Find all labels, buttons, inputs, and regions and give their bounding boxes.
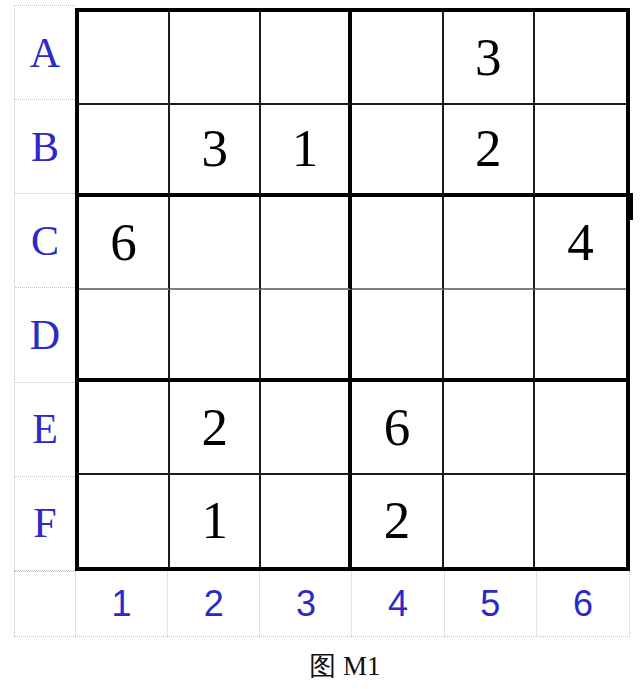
- cell-B3: 1: [261, 105, 352, 198]
- cell-A6: [535, 12, 626, 105]
- cell-C2: [170, 197, 261, 290]
- cell-B5: 2: [444, 105, 535, 198]
- cell-F3: [261, 475, 352, 568]
- cell-C1: 6: [79, 197, 170, 290]
- cell-F2: 1: [170, 475, 261, 568]
- cell-F6: [535, 475, 626, 568]
- figure-caption: 图 M1: [50, 646, 640, 686]
- cell-D2: [170, 290, 261, 383]
- cell-D6: [535, 290, 626, 383]
- cell-A3: [261, 12, 352, 105]
- cell-D1: [79, 290, 170, 383]
- cell-F1: [79, 475, 170, 568]
- stray-mark: [627, 193, 633, 220]
- cell-A1: [79, 12, 170, 105]
- cell-C3: [261, 197, 352, 290]
- col-label-5: 5: [445, 571, 537, 636]
- column-label-row: 1 2 3 4 5 6: [14, 571, 630, 637]
- row-label-E: E: [15, 383, 75, 477]
- col-label-4: 4: [352, 571, 444, 636]
- cell-E6: [535, 382, 626, 475]
- cell-A2: [170, 12, 261, 105]
- cell-B4: [352, 105, 443, 198]
- cell-E5: [444, 382, 535, 475]
- row-label-F: F: [15, 477, 75, 571]
- cell-F4: 2: [352, 475, 443, 568]
- cell-D5: [444, 290, 535, 383]
- row-label-C: C: [15, 194, 75, 288]
- col-label-6: 6: [537, 571, 629, 636]
- cell-E2: 2: [170, 382, 261, 475]
- cell-B1: [79, 105, 170, 198]
- cell-B2: 3: [170, 105, 261, 198]
- cell-C5: [444, 197, 535, 290]
- row-label-D: D: [15, 288, 75, 382]
- cell-D4: [352, 290, 443, 383]
- cell-D3: [261, 290, 352, 383]
- row-label-B: B: [15, 100, 75, 194]
- sudoku-board: 3 3 1 2 6 4 2 6 1 2: [75, 8, 630, 571]
- cell-A4: [352, 12, 443, 105]
- cell-E3: [261, 382, 352, 475]
- cell-E1: [79, 382, 170, 475]
- cell-E4: 6: [352, 382, 443, 475]
- cell-A5: 3: [444, 12, 535, 105]
- cell-F5: [444, 475, 535, 568]
- cell-C4: [352, 197, 443, 290]
- col-label-2: 2: [168, 571, 260, 636]
- row-label-column: A B C D E F: [14, 5, 75, 571]
- corner-cell: [15, 571, 76, 636]
- cell-B6: [535, 105, 626, 198]
- cell-C6: 4: [535, 197, 626, 290]
- col-label-3: 3: [260, 571, 352, 636]
- col-label-1: 1: [76, 571, 168, 636]
- row-label-A: A: [15, 6, 75, 100]
- sudoku-figure: A B C D E F 3 3 1 2 6 4 2 6: [0, 0, 640, 689]
